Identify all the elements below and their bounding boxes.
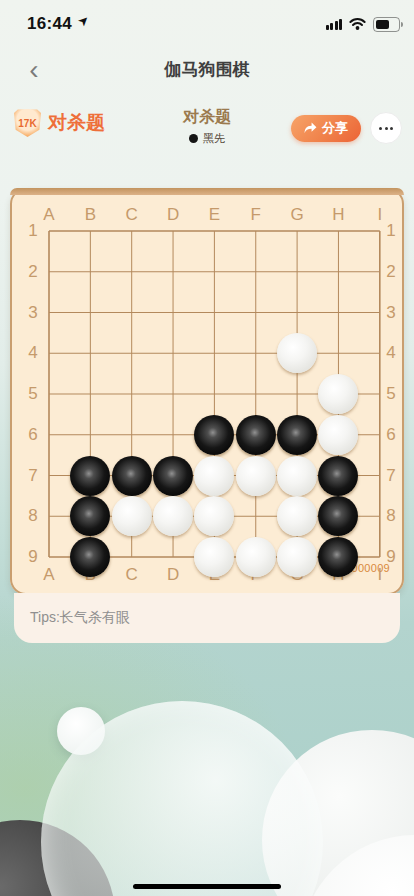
stone-white-E7 [194,456,234,496]
app-screen: 16:44 ➤ ‹ 伽马狗围棋 17K 对杀题 对杀题 [0,0,414,896]
col-label-top-C: C [126,205,138,225]
turn-label: 黑先 [203,131,225,146]
battery-icon [373,17,400,32]
row-label-right-5: 5 [386,384,395,404]
row-label-left-3: 3 [28,303,37,323]
col-label-top-B: B [85,205,96,225]
location-arrow-icon: ➤ [74,11,92,29]
col-label-bottom-I: I [377,565,382,585]
puzzle-header: 17K 对杀题 对杀题 黑先 分享 [0,104,414,148]
nav-bar: ‹ 伽马狗围棋 [0,48,414,92]
status-bar: 16:44 ➤ [0,0,414,44]
row-label-left-4: 4 [28,343,37,363]
stone-black-H7 [318,456,358,496]
home-indicator[interactable] [133,884,281,889]
stone-white-C8 [112,496,152,536]
col-label-top-A: A [43,205,54,225]
stone-white-H6 [318,415,358,455]
stone-black-B7 [70,456,110,496]
tips-card: Tips:长气杀有眼 [14,593,400,643]
clock: 16:44 [27,14,72,34]
col-label-top-E: E [209,205,220,225]
ellipsis-icon [379,127,382,130]
row-label-right-7: 7 [386,466,395,486]
stone-black-D7 [153,456,193,496]
share-button[interactable]: 分享 [291,115,361,142]
row-label-left-2: 2 [28,262,37,282]
col-label-top-H: H [332,205,344,225]
stone-black-E6 [194,415,234,455]
row-label-right-4: 4 [386,343,395,363]
go-board-card[interactable]: G0000009 AABBCCDDEEFFGGHHII1122334455667… [10,188,404,595]
wifi-icon [349,18,366,30]
row-label-right-9: 9 [386,547,395,567]
tips-text: Tips:长气杀有眼 [30,609,130,627]
stone-white-F9 [236,537,276,577]
row-label-right-8: 8 [386,506,395,526]
stone-white-G7 [277,456,317,496]
page-title: 伽马狗围棋 [0,58,414,81]
more-button[interactable] [370,112,402,144]
col-label-bottom-C: C [126,565,138,585]
row-label-left-9: 9 [28,547,37,567]
stone-white-E9 [194,537,234,577]
stone-black-C7 [112,456,152,496]
row-label-right-6: 6 [386,425,395,445]
row-label-left-8: 8 [28,506,37,526]
share-arrow-icon [304,122,317,134]
row-label-left-7: 7 [28,466,37,486]
col-label-bottom-A: A [43,565,54,585]
board-top-edge [10,188,404,195]
stone-white-G9 [277,537,317,577]
col-label-bottom-D: D [167,565,179,585]
col-label-top-G: G [290,205,303,225]
row-label-right-3: 3 [386,303,395,323]
row-label-left-5: 5 [28,384,37,404]
stone-black-F6 [236,415,276,455]
black-to-play-dot-icon [189,134,198,143]
col-label-top-D: D [167,205,179,225]
col-label-top-I: I [377,205,382,225]
col-label-top-F: F [251,205,261,225]
stone-black-G6 [277,415,317,455]
row-label-left-1: 1 [28,221,37,241]
row-label-left-6: 6 [28,425,37,445]
row-label-right-2: 2 [386,262,395,282]
share-label: 分享 [322,119,348,137]
row-label-right-1: 1 [386,221,395,241]
cellular-signal-icon [326,19,343,30]
stone-black-B9 [70,537,110,577]
stone-white-F7 [236,456,276,496]
